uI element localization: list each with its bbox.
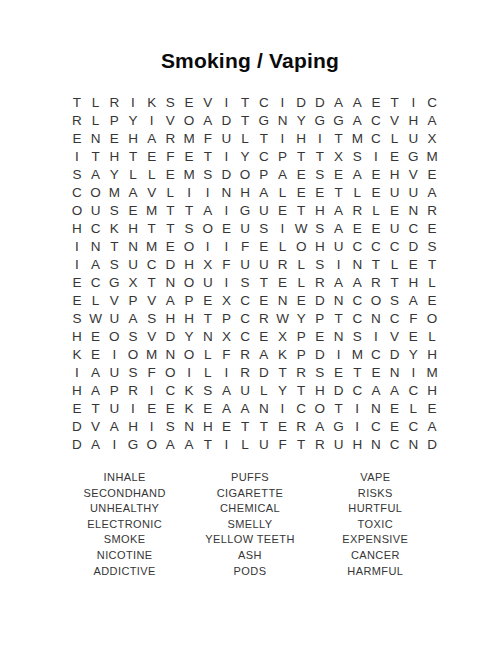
cell-r5c12[interactable]: A (273, 166, 292, 184)
cell-r10c13[interactable]: L (292, 256, 311, 274)
cell-r9c17[interactable]: C (367, 238, 386, 256)
cell-r11c7[interactable]: O (180, 274, 199, 292)
cell-r10c15[interactable]: I (329, 256, 348, 274)
cell-r19c8[interactable]: H (198, 418, 217, 436)
cell-r9c8[interactable]: I (198, 238, 217, 256)
cell-r10c9[interactable]: F (217, 256, 236, 274)
cell-r9c13[interactable]: O (292, 238, 311, 256)
cell-r14c2[interactable]: E (86, 328, 105, 346)
cell-r6c19[interactable]: U (404, 184, 423, 202)
cell-r10c8[interactable]: X (198, 256, 217, 274)
cell-r19c15[interactable]: G (329, 418, 348, 436)
cell-r3c18[interactable]: L (385, 130, 404, 148)
cell-r3c3[interactable]: E (105, 130, 124, 148)
cell-r3c11[interactable]: T (254, 130, 273, 148)
cell-r3c9[interactable]: U (217, 130, 236, 148)
cell-r18c1[interactable]: E (68, 400, 87, 418)
cell-r20c14[interactable]: R (311, 436, 330, 454)
cell-r2c12[interactable]: N (273, 112, 292, 130)
cell-r6c4[interactable]: A (124, 184, 143, 202)
cell-r11c1[interactable]: E (68, 274, 87, 292)
cell-r11c12[interactable]: E (273, 274, 292, 292)
cell-r14c12[interactable]: X (273, 328, 292, 346)
cell-r9c10[interactable]: F (236, 238, 255, 256)
cell-r7c15[interactable]: A (329, 202, 348, 220)
cell-r17c1[interactable]: H (68, 382, 87, 400)
cell-r15c9[interactable]: F (217, 346, 236, 364)
cell-r10c20[interactable]: T (423, 256, 442, 274)
cell-r8c19[interactable]: C (404, 220, 423, 238)
cell-r2c13[interactable]: Y (292, 112, 311, 130)
cell-r6c8[interactable]: I (198, 184, 217, 202)
cell-r1c16[interactable]: A (348, 94, 367, 112)
cell-r3c6[interactable]: R (161, 130, 180, 148)
cell-r16c16[interactable]: T (348, 364, 367, 382)
cell-r18c11[interactable]: N (254, 400, 273, 418)
cell-r12c9[interactable]: X (217, 292, 236, 310)
cell-r12c4[interactable]: P (124, 292, 143, 310)
cell-r15c14[interactable]: D (311, 346, 330, 364)
cell-r3c14[interactable]: I (311, 130, 330, 148)
cell-r8c20[interactable]: E (423, 220, 442, 238)
cell-r3c19[interactable]: U (404, 130, 423, 148)
cell-r4c17[interactable]: I (367, 148, 386, 166)
cell-r1c2[interactable]: L (86, 94, 105, 112)
cell-r11c9[interactable]: I (217, 274, 236, 292)
cell-r10c2[interactable]: A (86, 256, 105, 274)
cell-r4c20[interactable]: M (423, 148, 442, 166)
cell-r4c1[interactable]: I (68, 148, 87, 166)
cell-r2c10[interactable]: T (236, 112, 255, 130)
cell-r18c7[interactable]: K (180, 400, 199, 418)
cell-r5c16[interactable]: A (348, 166, 367, 184)
cell-r20c18[interactable]: C (385, 436, 404, 454)
cell-r18c14[interactable]: O (311, 400, 330, 418)
cell-r11c16[interactable]: A (348, 274, 367, 292)
cell-r8c10[interactable]: U (236, 220, 255, 238)
cell-r12c11[interactable]: E (254, 292, 273, 310)
cell-r15c3[interactable]: I (105, 346, 124, 364)
cell-r9c15[interactable]: U (329, 238, 348, 256)
cell-r20c13[interactable]: T (292, 436, 311, 454)
cell-r18c13[interactable]: C (292, 400, 311, 418)
cell-r5c10[interactable]: O (236, 166, 255, 184)
cell-r20c20[interactable]: D (423, 436, 442, 454)
cell-r6c11[interactable]: A (254, 184, 273, 202)
cell-r16c4[interactable]: S (124, 364, 143, 382)
cell-r19c12[interactable]: E (273, 418, 292, 436)
cell-r18c20[interactable]: E (423, 400, 442, 418)
cell-r6c16[interactable]: L (348, 184, 367, 202)
cell-r18c15[interactable]: T (329, 400, 348, 418)
cell-r3c8[interactable]: F (198, 130, 217, 148)
cell-r16c20[interactable]: M (423, 364, 442, 382)
cell-r7c14[interactable]: H (311, 202, 330, 220)
cell-r3c17[interactable]: C (367, 130, 386, 148)
cell-r1c14[interactable]: D (311, 94, 330, 112)
cell-r7c5[interactable]: M (142, 202, 161, 220)
cell-r12c6[interactable]: A (161, 292, 180, 310)
cell-r7c1[interactable]: O (68, 202, 87, 220)
cell-r12c13[interactable]: E (292, 292, 311, 310)
cell-r17c3[interactable]: P (105, 382, 124, 400)
cell-r2c3[interactable]: P (105, 112, 124, 130)
cell-r16c8[interactable]: L (198, 364, 217, 382)
cell-r11c18[interactable]: T (385, 274, 404, 292)
cell-r4c10[interactable]: Y (236, 148, 255, 166)
cell-r13c10[interactable]: C (236, 310, 255, 328)
cell-r14c17[interactable]: I (367, 328, 386, 346)
cell-r16c11[interactable]: D (254, 364, 273, 382)
cell-r2c1[interactable]: R (68, 112, 87, 130)
cell-r10c18[interactable]: L (385, 256, 404, 274)
cell-r13c1[interactable]: S (68, 310, 87, 328)
cell-r20c3[interactable]: I (105, 436, 124, 454)
cell-r19c19[interactable]: C (404, 418, 423, 436)
cell-r20c16[interactable]: H (348, 436, 367, 454)
cell-r17c2[interactable]: A (86, 382, 105, 400)
cell-r4c16[interactable]: S (348, 148, 367, 166)
cell-r3c4[interactable]: H (124, 130, 143, 148)
cell-r15c6[interactable]: N (161, 346, 180, 364)
cell-r19c10[interactable]: T (236, 418, 255, 436)
cell-r15c2[interactable]: E (86, 346, 105, 364)
cell-r5c18[interactable]: H (385, 166, 404, 184)
cell-r15c18[interactable]: D (385, 346, 404, 364)
cell-r2c19[interactable]: H (404, 112, 423, 130)
cell-r19c5[interactable]: I (142, 418, 161, 436)
cell-r13c8[interactable]: T (198, 310, 217, 328)
cell-r16c9[interactable]: I (217, 364, 236, 382)
cell-r20c11[interactable]: U (254, 436, 273, 454)
cell-r3c13[interactable]: H (292, 130, 311, 148)
cell-r5c17[interactable]: E (367, 166, 386, 184)
cell-r9c14[interactable]: H (311, 238, 330, 256)
cell-r19c20[interactable]: A (423, 418, 442, 436)
cell-r7c13[interactable]: T (292, 202, 311, 220)
cell-r1c10[interactable]: T (236, 94, 255, 112)
cell-r10c5[interactable]: C (142, 256, 161, 274)
cell-r4c7[interactable]: E (180, 148, 199, 166)
cell-r19c3[interactable]: A (105, 418, 124, 436)
cell-r20c17[interactable]: N (367, 436, 386, 454)
cell-r13c2[interactable]: W (86, 310, 105, 328)
cell-r18c19[interactable]: L (404, 400, 423, 418)
cell-r14c7[interactable]: Y (180, 328, 199, 346)
cell-r20c15[interactable]: U (329, 436, 348, 454)
cell-r5c4[interactable]: L (124, 166, 143, 184)
cell-r7c12[interactable]: E (273, 202, 292, 220)
cell-r9c5[interactable]: M (142, 238, 161, 256)
cell-r15c8[interactable]: L (198, 346, 217, 364)
cell-r12c18[interactable]: S (385, 292, 404, 310)
cell-r5c19[interactable]: V (404, 166, 423, 184)
cell-r7c19[interactable]: N (404, 202, 423, 220)
cell-r18c12[interactable]: I (273, 400, 292, 418)
cell-r17c10[interactable]: U (236, 382, 255, 400)
cell-r16c15[interactable]: E (329, 364, 348, 382)
cell-r17c4[interactable]: R (124, 382, 143, 400)
cell-r14c11[interactable]: E (254, 328, 273, 346)
cell-r18c2[interactable]: T (86, 400, 105, 418)
cell-r9c16[interactable]: C (348, 238, 367, 256)
cell-r4c6[interactable]: F (161, 148, 180, 166)
cell-r11c14[interactable]: R (311, 274, 330, 292)
cell-r14c6[interactable]: D (161, 328, 180, 346)
cell-r6c20[interactable]: A (423, 184, 442, 202)
cell-r9c2[interactable]: N (86, 238, 105, 256)
cell-r3c2[interactable]: N (86, 130, 105, 148)
cell-r11c20[interactable]: L (423, 274, 442, 292)
cell-r3c10[interactable]: L (236, 130, 255, 148)
cell-r11c6[interactable]: N (161, 274, 180, 292)
cell-r2c5[interactable]: I (142, 112, 161, 130)
cell-r6c12[interactable]: L (273, 184, 292, 202)
cell-r17c11[interactable]: L (254, 382, 273, 400)
cell-r9c7[interactable]: O (180, 238, 199, 256)
cell-r2c16[interactable]: A (348, 112, 367, 130)
cell-r13c4[interactable]: A (124, 310, 143, 328)
cell-r15c4[interactable]: O (124, 346, 143, 364)
cell-r9c3[interactable]: T (105, 238, 124, 256)
cell-r16c6[interactable]: O (161, 364, 180, 382)
cell-r10c14[interactable]: S (311, 256, 330, 274)
cell-r17c20[interactable]: H (423, 382, 442, 400)
cell-r1c3[interactable]: R (105, 94, 124, 112)
cell-r6c6[interactable]: L (161, 184, 180, 202)
cell-r20c4[interactable]: G (124, 436, 143, 454)
cell-r8c11[interactable]: S (254, 220, 273, 238)
cell-r16c18[interactable]: N (385, 364, 404, 382)
cell-r4c8[interactable]: T (198, 148, 217, 166)
cell-r13c6[interactable]: H (161, 310, 180, 328)
cell-r7c16[interactable]: R (348, 202, 367, 220)
cell-r6c9[interactable]: N (217, 184, 236, 202)
cell-r8c5[interactable]: T (142, 220, 161, 238)
cell-r9c19[interactable]: D (404, 238, 423, 256)
cell-r19c11[interactable]: T (254, 418, 273, 436)
cell-r15c20[interactable]: H (423, 346, 442, 364)
cell-r5c3[interactable]: Y (105, 166, 124, 184)
cell-r17c13[interactable]: T (292, 382, 311, 400)
cell-r12c12[interactable]: N (273, 292, 292, 310)
cell-r13c12[interactable]: W (273, 310, 292, 328)
cell-r1c5[interactable]: K (142, 94, 161, 112)
cell-r2c15[interactable]: G (329, 112, 348, 130)
cell-r4c15[interactable]: X (329, 148, 348, 166)
cell-r5c20[interactable]: E (423, 166, 442, 184)
cell-r16c7[interactable]: I (180, 364, 199, 382)
cell-r1c12[interactable]: I (273, 94, 292, 112)
cell-r10c16[interactable]: N (348, 256, 367, 274)
cell-r15c7[interactable]: O (180, 346, 199, 364)
cell-r3c5[interactable]: A (142, 130, 161, 148)
cell-r14c1[interactable]: H (68, 328, 87, 346)
cell-r19c9[interactable]: E (217, 418, 236, 436)
cell-r2c9[interactable]: D (217, 112, 236, 130)
cell-r10c10[interactable]: U (236, 256, 255, 274)
cell-r14c3[interactable]: O (105, 328, 124, 346)
cell-r18c6[interactable]: E (161, 400, 180, 418)
cell-r11c17[interactable]: R (367, 274, 386, 292)
cell-r19c7[interactable]: N (180, 418, 199, 436)
cell-r15c12[interactable]: K (273, 346, 292, 364)
cell-r8c4[interactable]: H (124, 220, 143, 238)
cell-r6c5[interactable]: V (142, 184, 161, 202)
cell-r6c3[interactable]: M (105, 184, 124, 202)
cell-r17c18[interactable]: A (385, 382, 404, 400)
cell-r6c1[interactable]: C (68, 184, 87, 202)
cell-r1c8[interactable]: V (198, 94, 217, 112)
cell-r13c9[interactable]: P (217, 310, 236, 328)
cell-r13c7[interactable]: H (180, 310, 199, 328)
cell-r3c7[interactable]: M (180, 130, 199, 148)
cell-r8c9[interactable]: E (217, 220, 236, 238)
cell-r20c8[interactable]: T (198, 436, 217, 454)
cell-r1c15[interactable]: A (329, 94, 348, 112)
cell-r9c6[interactable]: E (161, 238, 180, 256)
cell-r16c5[interactable]: F (142, 364, 161, 382)
cell-r17c14[interactable]: H (311, 382, 330, 400)
cell-r12c2[interactable]: L (86, 292, 105, 310)
cell-r15c15[interactable]: I (329, 346, 348, 364)
cell-r10c11[interactable]: U (254, 256, 273, 274)
cell-r11c2[interactable]: C (86, 274, 105, 292)
cell-r18c5[interactable]: E (142, 400, 161, 418)
cell-r4c9[interactable]: I (217, 148, 236, 166)
cell-r10c4[interactable]: U (124, 256, 143, 274)
cell-r9c9[interactable]: I (217, 238, 236, 256)
cell-r5c6[interactable]: E (161, 166, 180, 184)
cell-r2c17[interactable]: C (367, 112, 386, 130)
cell-r4c3[interactable]: H (105, 148, 124, 166)
cell-r9c4[interactable]: N (124, 238, 143, 256)
cell-r15c16[interactable]: M (348, 346, 367, 364)
cell-r12c8[interactable]: E (198, 292, 217, 310)
cell-r2c18[interactable]: V (385, 112, 404, 130)
cell-r11c11[interactable]: T (254, 274, 273, 292)
cell-r1c20[interactable]: C (423, 94, 442, 112)
cell-r6c17[interactable]: E (367, 184, 386, 202)
cell-r8c2[interactable]: C (86, 220, 105, 238)
cell-r8c16[interactable]: E (348, 220, 367, 238)
cell-r19c2[interactable]: V (86, 418, 105, 436)
cell-r15c5[interactable]: M (142, 346, 161, 364)
cell-r4c13[interactable]: T (292, 148, 311, 166)
cell-r15c10[interactable]: R (236, 346, 255, 364)
cell-r20c1[interactable]: D (68, 436, 87, 454)
cell-r15c1[interactable]: K (68, 346, 87, 364)
cell-r16c10[interactable]: R (236, 364, 255, 382)
cell-r17c7[interactable]: K (180, 382, 199, 400)
cell-r6c13[interactable]: E (292, 184, 311, 202)
cell-r13c14[interactable]: P (311, 310, 330, 328)
cell-r18c18[interactable]: E (385, 400, 404, 418)
cell-r1c1[interactable]: T (68, 94, 87, 112)
cell-r2c6[interactable]: V (161, 112, 180, 130)
cell-r17c12[interactable]: Y (273, 382, 292, 400)
cell-r17c19[interactable]: C (404, 382, 423, 400)
cell-r4c14[interactable]: T (311, 148, 330, 166)
cell-r5c1[interactable]: S (68, 166, 87, 184)
cell-r14c14[interactable]: E (311, 328, 330, 346)
cell-r18c4[interactable]: I (124, 400, 143, 418)
cell-r5c7[interactable]: M (180, 166, 199, 184)
cell-r1c18[interactable]: T (385, 94, 404, 112)
cell-r5c11[interactable]: P (254, 166, 273, 184)
cell-r8c8[interactable]: O (198, 220, 217, 238)
cell-r13c19[interactable]: F (404, 310, 423, 328)
cell-r20c5[interactable]: O (142, 436, 161, 454)
cell-r6c2[interactable]: O (86, 184, 105, 202)
cell-r12c20[interactable]: E (423, 292, 442, 310)
cell-r20c19[interactable]: N (404, 436, 423, 454)
cell-r10c12[interactable]: R (273, 256, 292, 274)
cell-r8c7[interactable]: S (180, 220, 199, 238)
cell-r11c10[interactable]: S (236, 274, 255, 292)
cell-r8c3[interactable]: K (105, 220, 124, 238)
cell-r3c1[interactable]: E (68, 130, 87, 148)
cell-r19c18[interactable]: E (385, 418, 404, 436)
cell-r20c7[interactable]: A (180, 436, 199, 454)
cell-r14c13[interactable]: P (292, 328, 311, 346)
cell-r2c4[interactable]: Y (124, 112, 143, 130)
cell-r14c9[interactable]: X (217, 328, 236, 346)
cell-r16c14[interactable]: S (311, 364, 330, 382)
cell-r20c12[interactable]: F (273, 436, 292, 454)
cell-r20c6[interactable]: A (161, 436, 180, 454)
cell-r4c18[interactable]: E (385, 148, 404, 166)
cell-r5c9[interactable]: D (217, 166, 236, 184)
cell-r5c2[interactable]: A (86, 166, 105, 184)
cell-r11c5[interactable]: T (142, 274, 161, 292)
cell-r1c17[interactable]: E (367, 94, 386, 112)
cell-r19c13[interactable]: R (292, 418, 311, 436)
cell-r19c14[interactable]: A (311, 418, 330, 436)
cell-r8c18[interactable]: U (385, 220, 404, 238)
cell-r15c19[interactable]: Y (404, 346, 423, 364)
cell-r2c7[interactable]: O (180, 112, 199, 130)
cell-r19c4[interactable]: H (124, 418, 143, 436)
cell-r13c13[interactable]: Y (292, 310, 311, 328)
cell-r8c17[interactable]: E (367, 220, 386, 238)
cell-r5c15[interactable]: E (329, 166, 348, 184)
cell-r13c17[interactable]: N (367, 310, 386, 328)
cell-r19c17[interactable]: C (367, 418, 386, 436)
cell-r7c8[interactable]: A (198, 202, 217, 220)
cell-r7c2[interactable]: U (86, 202, 105, 220)
cell-r16c12[interactable]: T (273, 364, 292, 382)
cell-r18c8[interactable]: E (198, 400, 217, 418)
cell-r11c13[interactable]: L (292, 274, 311, 292)
cell-r9c1[interactable]: I (68, 238, 87, 256)
cell-r14c16[interactable]: S (348, 328, 367, 346)
cell-r7c3[interactable]: S (105, 202, 124, 220)
cell-r9c18[interactable]: C (385, 238, 404, 256)
cell-r16c13[interactable]: R (292, 364, 311, 382)
cell-r18c3[interactable]: U (105, 400, 124, 418)
cell-r18c9[interactable]: A (217, 400, 236, 418)
cell-r18c16[interactable]: I (348, 400, 367, 418)
cell-r16c2[interactable]: A (86, 364, 105, 382)
cell-r20c2[interactable]: A (86, 436, 105, 454)
cell-r9c11[interactable]: E (254, 238, 273, 256)
cell-r7c20[interactable]: R (423, 202, 442, 220)
cell-r17c16[interactable]: C (348, 382, 367, 400)
cell-r12c15[interactable]: N (329, 292, 348, 310)
cell-r16c1[interactable]: I (68, 364, 87, 382)
cell-r19c6[interactable]: S (161, 418, 180, 436)
